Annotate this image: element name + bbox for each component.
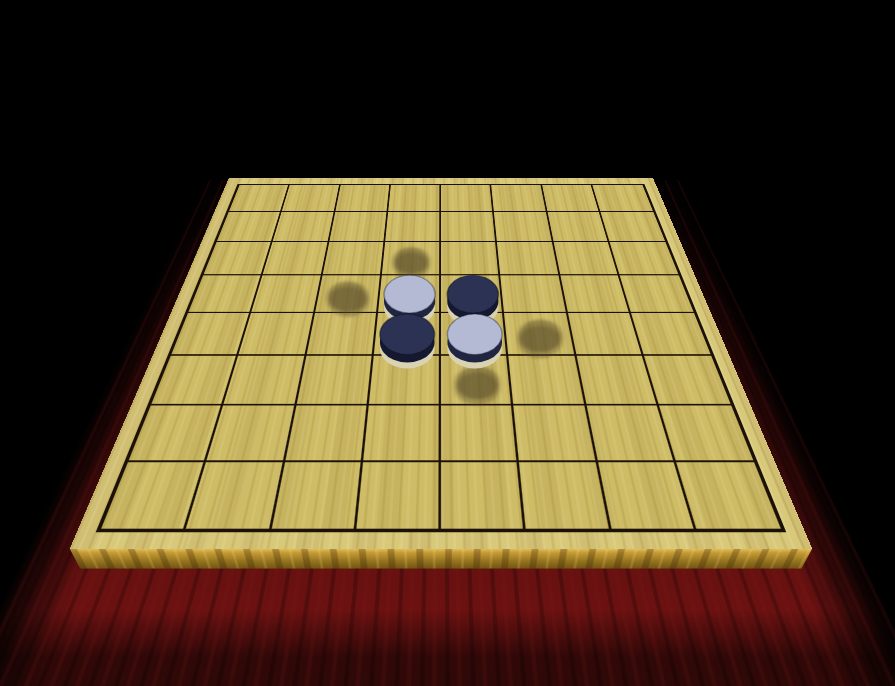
cell-b2[interactable] [273,212,335,242]
cell-d6[interactable] [368,356,441,405]
cell-c5[interactable] [306,313,378,356]
cell-f3[interactable] [497,242,560,275]
cell-c1[interactable] [335,185,391,212]
cell-h2[interactable] [600,212,665,242]
cell-h5[interactable] [631,313,712,356]
cell-f1[interactable] [491,185,547,212]
cell-g3[interactable] [553,242,619,275]
stage: ●●●●●●●● [0,0,895,686]
cell-c2[interactable] [329,212,388,242]
cell-c4[interactable] [315,275,382,313]
cell-a4[interactable] [188,275,263,313]
cell-c8[interactable] [271,462,363,529]
cell-c6[interactable] [296,356,373,405]
cell-e6[interactable] [441,356,514,405]
cell-h7[interactable] [659,405,754,462]
cell-b1[interactable] [282,185,340,212]
cell-a1[interactable] [229,185,290,212]
cell-c7[interactable] [285,405,369,462]
cell-d3[interactable] [382,242,441,275]
cell-d8[interactable] [356,462,441,529]
cell-b3[interactable] [263,242,329,275]
cell-b7[interactable] [206,405,296,462]
cell-g2[interactable] [547,212,609,242]
cell-f5[interactable] [504,313,576,356]
cell-b6[interactable] [223,356,305,405]
cell-f7[interactable] [514,405,598,462]
cell-b4[interactable] [251,275,322,313]
othello-board [70,178,813,548]
cell-h4[interactable] [619,275,694,313]
board-front-edge [70,549,813,569]
board-scene [0,0,895,686]
cell-d2[interactable] [385,212,441,242]
cell-g1[interactable] [542,185,600,212]
cell-e7[interactable] [441,405,519,462]
cell-a3[interactable] [203,242,273,275]
cell-d4[interactable] [378,275,441,313]
cell-h3[interactable] [609,242,679,275]
cell-d7[interactable] [363,405,441,462]
cell-f2[interactable] [494,212,553,242]
cell-e3[interactable] [441,242,500,275]
cell-f6[interactable] [509,356,586,405]
cell-f4[interactable] [500,275,567,313]
cell-e4[interactable] [441,275,504,313]
cell-f8[interactable] [519,462,611,529]
cell-a2[interactable] [217,212,282,242]
cell-b5[interactable] [238,313,314,356]
cell-c3[interactable] [322,242,385,275]
cell-e5[interactable] [441,313,509,356]
board-grid [96,184,787,532]
cell-e1[interactable] [441,185,494,212]
cell-e8[interactable] [441,462,526,529]
cell-h6[interactable] [644,356,731,405]
cell-d1[interactable] [388,185,441,212]
cell-h1[interactable] [592,185,653,212]
cell-d5[interactable] [373,313,441,356]
cell-e2[interactable] [441,212,497,242]
